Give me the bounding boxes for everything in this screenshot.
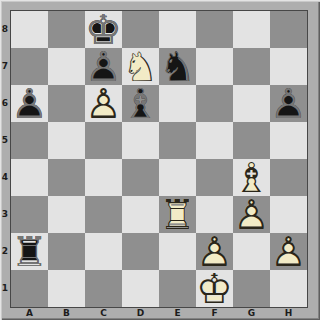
- black-pawn-glyph-fill: ♟: [270, 85, 307, 122]
- square-e1[interactable]: [159, 270, 196, 307]
- black-pawn-glyph-fill: ♟: [85, 48, 122, 85]
- white-pawn-glyph-outline: ♙: [233, 196, 270, 233]
- piece-black-pawn[interactable]: ♟♙: [85, 48, 122, 85]
- square-h8[interactable]: [270, 11, 307, 48]
- black-bishop-glyph-fill: ♝: [122, 85, 159, 122]
- square-a1[interactable]: [11, 270, 48, 307]
- white-pawn-glyph-fill: ♟: [196, 233, 233, 270]
- square-d8[interactable]: [122, 11, 159, 48]
- rank-label-5: 5: [0, 122, 10, 159]
- file-label-d: D: [122, 307, 159, 319]
- square-f8[interactable]: [196, 11, 233, 48]
- square-c7[interactable]: ♟♙: [85, 48, 122, 85]
- square-e7[interactable]: ♞♘: [159, 48, 196, 85]
- piece-black-pawn[interactable]: ♟♙: [11, 85, 48, 122]
- square-a5[interactable]: [11, 122, 48, 159]
- white-bishop-glyph-outline: ♗: [233, 159, 270, 196]
- white-pawn-glyph-outline: ♙: [196, 233, 233, 270]
- square-a4[interactable]: [11, 159, 48, 196]
- square-f2[interactable]: ♟♙: [196, 233, 233, 270]
- black-pawn-glyph-fill: ♟: [11, 85, 48, 122]
- black-pawn-glyph-outline: ♙: [85, 48, 122, 85]
- square-d4[interactable]: [122, 159, 159, 196]
- square-d3[interactable]: [122, 196, 159, 233]
- file-label-a: A: [11, 307, 48, 319]
- square-f5[interactable]: [196, 122, 233, 159]
- square-d5[interactable]: [122, 122, 159, 159]
- square-c2[interactable]: [85, 233, 122, 270]
- black-king-glyph-fill: ♚: [85, 11, 122, 48]
- square-b4[interactable]: [48, 159, 85, 196]
- black-knight-glyph-outline: ♘: [159, 48, 196, 85]
- chess-board: ♚♔♟♙♞♘♞♘♟♙♟♙♝♗♟♙♝♗♜♖♟♙♜♖♟♙♟♙♚♔: [10, 10, 308, 308]
- piece-black-bishop[interactable]: ♝♗: [122, 85, 159, 122]
- black-bishop-glyph-outline: ♗: [122, 85, 159, 122]
- rank-label-3: 3: [0, 196, 10, 233]
- file-label-c: C: [85, 307, 122, 319]
- white-pawn-glyph-fill: ♟: [270, 233, 307, 270]
- piece-white-rook[interactable]: ♜♖: [159, 196, 196, 233]
- piece-black-knight[interactable]: ♞♘: [159, 48, 196, 85]
- square-g4[interactable]: ♝♗: [233, 159, 270, 196]
- square-d6[interactable]: ♝♗: [122, 85, 159, 122]
- square-h5[interactable]: [270, 122, 307, 159]
- rank-label-7: 7: [0, 48, 10, 85]
- square-a2[interactable]: ♜♖: [11, 233, 48, 270]
- file-label-b: B: [48, 307, 85, 319]
- square-c1[interactable]: [85, 270, 122, 307]
- black-pawn-glyph-outline: ♙: [11, 85, 48, 122]
- square-a8[interactable]: [11, 11, 48, 48]
- square-a7[interactable]: [11, 48, 48, 85]
- file-label-h: H: [270, 307, 307, 319]
- piece-white-king[interactable]: ♚♔: [196, 270, 233, 307]
- square-h3[interactable]: [270, 196, 307, 233]
- square-c6[interactable]: ♟♙: [85, 85, 122, 122]
- white-king-glyph-fill: ♚: [196, 270, 233, 307]
- square-c4[interactable]: [85, 159, 122, 196]
- square-g6[interactable]: [233, 85, 270, 122]
- square-c3[interactable]: [85, 196, 122, 233]
- square-b8[interactable]: [48, 11, 85, 48]
- square-b5[interactable]: [48, 122, 85, 159]
- square-f7[interactable]: [196, 48, 233, 85]
- piece-black-rook[interactable]: ♜♖: [11, 233, 48, 270]
- square-h4[interactable]: [270, 159, 307, 196]
- piece-white-bishop[interactable]: ♝♗: [233, 159, 270, 196]
- square-g7[interactable]: [233, 48, 270, 85]
- square-f4[interactable]: [196, 159, 233, 196]
- piece-white-pawn[interactable]: ♟♙: [85, 85, 122, 122]
- square-d1[interactable]: [122, 270, 159, 307]
- file-label-e: E: [159, 307, 196, 319]
- white-king-glyph-outline: ♔: [196, 270, 233, 307]
- square-h1[interactable]: [270, 270, 307, 307]
- file-labels: ABCDEFGH: [11, 307, 307, 319]
- piece-black-king[interactable]: ♚♔: [85, 11, 122, 48]
- square-g2[interactable]: [233, 233, 270, 270]
- black-king-glyph-outline: ♔: [85, 11, 122, 48]
- square-b1[interactable]: [48, 270, 85, 307]
- square-h7[interactable]: [270, 48, 307, 85]
- white-bishop-glyph-fill: ♝: [233, 159, 270, 196]
- square-h6[interactable]: ♟♙: [270, 85, 307, 122]
- piece-white-pawn[interactable]: ♟♙: [270, 233, 307, 270]
- square-f3[interactable]: [196, 196, 233, 233]
- white-knight-glyph-fill: ♞: [122, 48, 159, 85]
- piece-white-knight[interactable]: ♞♘: [122, 48, 159, 85]
- square-e8[interactable]: [159, 11, 196, 48]
- white-pawn-glyph-fill: ♟: [85, 85, 122, 122]
- piece-white-pawn[interactable]: ♟♙: [233, 196, 270, 233]
- square-b3[interactable]: [48, 196, 85, 233]
- black-pawn-glyph-outline: ♙: [270, 85, 307, 122]
- square-e3[interactable]: ♜♖: [159, 196, 196, 233]
- chessboard-frame: 87654321 ♚♔♟♙♞♘♞♘♟♙♟♙♝♗♟♙♝♗♜♖♟♙♜♖♟♙♟♙♚♔ …: [0, 0, 320, 320]
- white-pawn-glyph-outline: ♙: [85, 85, 122, 122]
- rank-label-2: 2: [0, 233, 10, 270]
- square-b7[interactable]: [48, 48, 85, 85]
- square-e2[interactable]: [159, 233, 196, 270]
- white-rook-glyph-fill: ♜: [159, 196, 196, 233]
- square-e5[interactable]: [159, 122, 196, 159]
- square-b6[interactable]: [48, 85, 85, 122]
- square-g1[interactable]: [233, 270, 270, 307]
- file-label-f: F: [196, 307, 233, 319]
- square-h2[interactable]: ♟♙: [270, 233, 307, 270]
- square-c5[interactable]: [85, 122, 122, 159]
- white-pawn-glyph-fill: ♟: [233, 196, 270, 233]
- square-f6[interactable]: [196, 85, 233, 122]
- black-rook-glyph-fill: ♜: [11, 233, 48, 270]
- rank-label-1: 1: [0, 270, 10, 307]
- square-f1[interactable]: ♚♔: [196, 270, 233, 307]
- black-rook-glyph-outline: ♖: [11, 233, 48, 270]
- square-d7[interactable]: ♞♘: [122, 48, 159, 85]
- square-g5[interactable]: [233, 122, 270, 159]
- piece-black-pawn[interactable]: ♟♙: [270, 85, 307, 122]
- rank-label-8: 8: [0, 11, 10, 48]
- rank-labels: 87654321: [0, 11, 10, 307]
- piece-white-pawn[interactable]: ♟♙: [196, 233, 233, 270]
- square-g8[interactable]: [233, 11, 270, 48]
- black-knight-glyph-fill: ♞: [159, 48, 196, 85]
- white-pawn-glyph-outline: ♙: [270, 233, 307, 270]
- square-g3[interactable]: ♟♙: [233, 196, 270, 233]
- square-a6[interactable]: ♟♙: [11, 85, 48, 122]
- square-e4[interactable]: [159, 159, 196, 196]
- square-d2[interactable]: [122, 233, 159, 270]
- square-b2[interactable]: [48, 233, 85, 270]
- square-a3[interactable]: [11, 196, 48, 233]
- file-label-g: G: [233, 307, 270, 319]
- square-c8[interactable]: ♚♔: [85, 11, 122, 48]
- square-e6[interactable]: [159, 85, 196, 122]
- rank-label-4: 4: [0, 159, 10, 196]
- rank-label-6: 6: [0, 85, 10, 122]
- white-rook-glyph-outline: ♖: [159, 196, 196, 233]
- white-knight-glyph-outline: ♘: [122, 48, 159, 85]
